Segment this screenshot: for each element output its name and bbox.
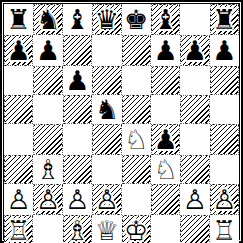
black-bishop-c8: ♝	[65, 5, 89, 34]
square-d1[interactable]: ♕	[92, 215, 121, 243]
square-h8[interactable]: ♜	[210, 4, 239, 35]
square-a7[interactable]: ♟	[4, 35, 33, 66]
white-pawn-d2: ♙	[95, 185, 119, 214]
black-bishop-f8: ♝	[153, 5, 177, 34]
black-pawn-b7: ♟	[36, 36, 60, 65]
white-pawn-a2: ♙	[7, 185, 31, 214]
square-d5[interactable]: ♞	[92, 95, 121, 124]
square-e4[interactable]: ♘	[122, 124, 151, 155]
board-frame: ♜♞♝♛♚♝♜♟♟♟♟♟♟♞♘♟♗♘♙♙♙♙♙♙♖♗♕♔♖	[0, 0, 243, 243]
white-king-e1: ♔	[124, 216, 148, 243]
square-a1[interactable]: ♖	[4, 215, 33, 243]
square-d4[interactable]	[92, 124, 121, 155]
square-f3[interactable]: ♘	[151, 155, 180, 184]
white-pawn-g2: ♙	[183, 185, 207, 214]
square-f6[interactable]	[151, 66, 180, 95]
square-b5[interactable]	[33, 95, 62, 124]
square-d7[interactable]	[92, 35, 121, 66]
square-a6[interactable]	[4, 66, 33, 95]
square-f8[interactable]: ♝	[151, 4, 180, 35]
square-e1[interactable]: ♔	[122, 215, 151, 243]
black-rook-h8: ♜	[212, 5, 236, 34]
board-inner-frame: ♜♞♝♛♚♝♜♟♟♟♟♟♟♞♘♟♗♘♙♙♙♙♙♙♖♗♕♔♖	[3, 3, 240, 240]
black-king-e8: ♚	[124, 5, 148, 34]
square-f2[interactable]	[151, 184, 180, 215]
white-knight-f3: ♘	[153, 155, 177, 184]
square-b6[interactable]	[33, 66, 62, 95]
square-h3[interactable]	[210, 155, 239, 184]
square-c7[interactable]	[63, 35, 92, 66]
black-knight-d5: ♞	[95, 95, 119, 124]
white-pawn-c2: ♙	[65, 185, 89, 214]
square-h4[interactable]	[210, 124, 239, 155]
square-d8[interactable]: ♛	[92, 4, 121, 35]
square-f1[interactable]	[151, 215, 180, 243]
square-a4[interactable]	[4, 124, 33, 155]
square-b2[interactable]: ♙	[33, 184, 62, 215]
square-g8[interactable]	[180, 4, 209, 35]
white-queen-d1: ♕	[95, 216, 119, 243]
square-c8[interactable]: ♝	[63, 4, 92, 35]
square-b8[interactable]: ♞	[33, 4, 62, 35]
square-f5[interactable]	[151, 95, 180, 124]
square-d2[interactable]: ♙	[92, 184, 121, 215]
square-e7[interactable]	[122, 35, 151, 66]
square-h5[interactable]	[210, 95, 239, 124]
square-d3[interactable]	[92, 155, 121, 184]
black-pawn-g7: ♟	[183, 36, 207, 65]
square-c1[interactable]: ♗	[63, 215, 92, 243]
square-g2[interactable]: ♙	[180, 184, 209, 215]
white-rook-h1: ♖	[212, 216, 236, 243]
chess-board: ♜♞♝♛♚♝♜♟♟♟♟♟♟♞♘♟♗♘♙♙♙♙♙♙♖♗♕♔♖	[4, 4, 239, 239]
white-pawn-b2: ♙	[36, 185, 60, 214]
square-b3[interactable]: ♗	[33, 155, 62, 184]
black-pawn-a7: ♟	[7, 36, 31, 65]
square-h6[interactable]	[210, 66, 239, 95]
square-a2[interactable]: ♙	[4, 184, 33, 215]
square-c5[interactable]	[63, 95, 92, 124]
square-h7[interactable]: ♟	[210, 35, 239, 66]
black-knight-b8: ♞	[36, 5, 60, 34]
white-bishop-b3: ♗	[36, 155, 60, 184]
square-b4[interactable]	[33, 124, 62, 155]
square-e6[interactable]	[122, 66, 151, 95]
square-e2[interactable]	[122, 184, 151, 215]
square-h2[interactable]: ♙	[210, 184, 239, 215]
square-a8[interactable]: ♜	[4, 4, 33, 35]
square-a5[interactable]	[4, 95, 33, 124]
black-pawn-f4: ♟	[153, 125, 177, 154]
square-c3[interactable]	[63, 155, 92, 184]
square-g5[interactable]	[180, 95, 209, 124]
square-d6[interactable]	[92, 66, 121, 95]
square-b1[interactable]	[33, 215, 62, 243]
black-queen-d8: ♛	[95, 5, 119, 34]
square-e5[interactable]	[122, 95, 151, 124]
black-pawn-h7: ♟	[212, 36, 236, 65]
white-pawn-h2: ♙	[212, 185, 236, 214]
white-rook-a1: ♖	[7, 216, 31, 243]
square-e8[interactable]: ♚	[122, 4, 151, 35]
square-g6[interactable]	[180, 66, 209, 95]
white-bishop-c1: ♗	[65, 216, 89, 243]
square-a3[interactable]	[4, 155, 33, 184]
square-h1[interactable]: ♖	[210, 215, 239, 243]
square-c6[interactable]: ♟	[63, 66, 92, 95]
black-rook-a8: ♜	[7, 5, 31, 34]
square-c2[interactable]: ♙	[63, 184, 92, 215]
square-b7[interactable]: ♟	[33, 35, 62, 66]
black-pawn-c6: ♟	[65, 66, 89, 95]
white-knight-e4: ♘	[124, 125, 148, 154]
square-f4[interactable]: ♟	[151, 124, 180, 155]
square-e3[interactable]	[122, 155, 151, 184]
square-g4[interactable]	[180, 124, 209, 155]
square-g1[interactable]	[180, 215, 209, 243]
square-f7[interactable]: ♟	[151, 35, 180, 66]
square-c4[interactable]	[63, 124, 92, 155]
black-pawn-f7: ♟	[153, 36, 177, 65]
square-g3[interactable]	[180, 155, 209, 184]
square-g7[interactable]: ♟	[180, 35, 209, 66]
